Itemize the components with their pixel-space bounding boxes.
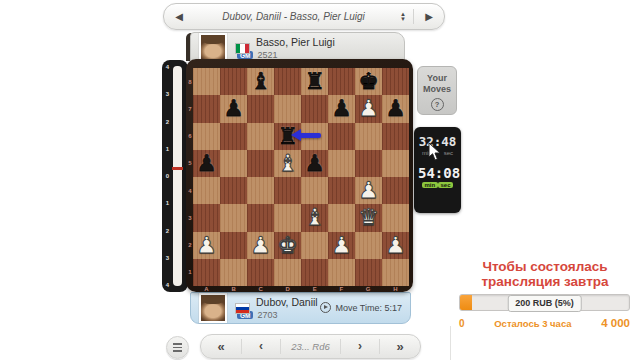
square-d8 [274,68,301,95]
square-h6 [382,123,409,150]
eval-label-2: 2 [166,228,169,234]
square-f1 [328,259,355,286]
play-circle-icon [320,302,331,313]
chess-board-frame: 87654321 ♝♜♚♟♟♟♟♜♟♝♟♟♝♛♟♟♚♟♟ ABCDEFGH [186,59,413,292]
square-f4 [328,177,355,204]
square-a8 [193,68,220,95]
square-g4: ♟ [355,177,382,204]
rank-label-3: 3 [188,215,191,221]
eval-label-3: 3 [166,91,169,97]
donation-title-line1: Чтобы состоялась [450,259,640,274]
your-moves-label-line1: Your [418,73,456,84]
square-h1 [382,259,409,286]
piece-black-k-g8: ♚ [355,68,382,95]
white-clock-sec-label: sec [438,182,453,188]
piece-black-p-f7: ♟ [328,95,355,122]
square-c4 [247,177,274,204]
square-h3 [382,204,409,231]
your-moves-button[interactable]: Your Moves ? [417,66,457,115]
square-e4 [301,177,328,204]
square-b8 [220,68,247,95]
italy-flag-icon [235,43,250,54]
square-c1 [247,259,274,286]
square-g8: ♚ [355,68,382,95]
square-c6 [247,123,274,150]
eval-label-0: 0 [166,173,169,179]
white-clock-labels: min sec [418,181,457,188]
piece-white-b-e3: ♝ [301,204,328,231]
file-label-e: E [313,286,317,292]
rank-label-8: 8 [188,79,191,85]
square-f6 [328,123,355,150]
piece-white-q-g3: ♛ [355,204,382,231]
russia-flag-icon [235,303,250,314]
eval-label-1: 1 [166,146,169,152]
square-h2: ♟ [382,232,409,259]
square-a3 [193,204,220,231]
square-h7: ♟ [382,95,409,122]
file-label-b: B [231,286,235,292]
arrow-shaft [300,133,321,138]
square-h8 [382,68,409,95]
next-move-button[interactable]: › [341,336,379,357]
eval-label-4: 4 [166,64,169,70]
square-f2: ♟ [328,232,355,259]
first-move-button[interactable]: « [201,336,241,357]
file-label-h: H [393,286,397,292]
square-a6 [193,123,220,150]
piece-black-r-e8: ♜ [301,68,328,95]
piece-black-b-c8: ♝ [247,68,274,95]
rank-label-7: 7 [188,106,191,112]
white-player-rating: 2703 [257,310,277,320]
file-labels: ABCDEFGH [193,286,409,292]
next-game-button[interactable]: ▶ [414,11,444,22]
square-a4 [193,177,220,204]
piece-white-p-f2: ♟ [328,232,355,259]
white-clock-time: 54:08 [418,165,457,181]
white-player-avatar [199,293,227,323]
square-f8 [328,68,355,95]
piece-black-p-b7: ♟ [220,95,247,122]
move-time-label: Move Time: 5:17 [335,303,402,313]
rank-label-4: 4 [188,188,191,194]
game-list-spinner[interactable]: ▲ ▼ [393,12,413,22]
square-g7: ♟ [355,95,382,122]
game-selector-title: Dubov, Daniil - Basso, Pier Luigi [194,11,393,22]
square-h4 [382,177,409,204]
donation-title-line2: трансляция завтра [450,274,640,289]
file-label-f: F [339,286,343,292]
piece-black-p-a5: ♟ [193,150,220,177]
square-d4 [274,177,301,204]
square-d1 [274,259,301,286]
evaluation-gauge [173,66,182,286]
file-label-c: C [259,286,263,292]
square-e1 [301,259,328,286]
square-g3: ♛ [355,204,382,231]
square-a5: ♟ [193,150,220,177]
white-clock-min-label: min [422,182,438,188]
your-moves-label-line2: Moves [418,84,456,95]
square-b1 [220,259,247,286]
mouse-cursor-icon [428,142,442,162]
eval-label-3: 3 [166,255,169,261]
square-d2: ♚ [274,232,301,259]
square-b7: ♟ [220,95,247,122]
piece-black-p-e5: ♟ [301,150,328,177]
donation-stats-row: 0 Осталось 3 часа 4 000 [459,317,630,329]
file-label-g: G [366,286,371,292]
square-e3: ♝ [301,204,328,231]
piece-white-p-g7: ♟ [355,95,382,122]
previous-game-button[interactable]: ◀ [164,11,194,22]
square-g6 [355,123,382,150]
square-d7 [274,95,301,122]
square-b3 [220,204,247,231]
piece-white-b-d5: ♝ [274,150,301,177]
piece-white-p-h2: ♟ [382,232,409,259]
square-g1 [355,259,382,286]
evaluation-zero-marker [172,167,183,170]
eval-label-4: 4 [166,282,169,288]
last-move-button[interactable]: » [380,336,420,357]
previous-move-button[interactable]: ‹ [242,336,280,357]
donation-progress-fill [460,295,472,310]
black-clock-sec-label: sec [444,150,453,156]
layout-divider [450,326,451,360]
rank-label-5: 5 [188,160,191,166]
move-time: Move Time: 5:17 [320,302,402,313]
piece-white-p-a2: ♟ [193,232,220,259]
donation-goal-value: 4 000 [601,317,630,329]
current-move-label: 23... Rd6 [281,341,340,352]
square-a1 [193,259,220,286]
square-c8: ♝ [247,68,274,95]
rank-label-1: 1 [188,269,191,275]
menu-button[interactable] [166,336,189,359]
square-e7 [301,95,328,122]
square-c7 [247,95,274,122]
square-e2 [301,232,328,259]
square-f7: ♟ [328,95,355,122]
square-b5 [220,150,247,177]
square-f5 [328,150,355,177]
donation-title: Чтобы состоялась трансляция завтра [450,259,640,289]
donation-progress-bar: 200 RUB (5%) [459,294,630,311]
square-b2 [220,232,247,259]
square-d5: ♝ [274,150,301,177]
question-mark-icon: ? [431,98,444,111]
square-e8: ♜ [301,68,328,95]
eval-label-2: 2 [166,119,169,125]
hamburger-icon [173,343,182,345]
square-b4 [220,177,247,204]
square-h5 [382,150,409,177]
piece-white-p-g4: ♟ [355,177,382,204]
chess-broadcast-page: ◀ Dubov, Daniil - Basso, Pier Luigi ▲ ▼ … [0,0,640,360]
rank-label-2: 2 [188,242,191,248]
square-c3 [247,204,274,231]
donation-time-remaining: Осталось 3 часа [465,318,602,329]
evaluation-scale-labels: 432101234 [163,64,172,288]
game-selector: ◀ Dubov, Daniil - Basso, Pier Luigi ▲ ▼ … [163,3,445,30]
square-a2: ♟ [193,232,220,259]
rank-label-6: 6 [188,133,191,139]
spinner-down-icon: ▼ [400,17,406,22]
square-f3 [328,204,355,231]
white-player-name: Dubov, Daniil [256,296,318,308]
square-g2 [355,232,382,259]
square-d3 [274,204,301,231]
eval-label-1: 1 [166,200,169,206]
square-e5: ♟ [301,150,328,177]
square-c5 [247,150,274,177]
piece-black-p-h7: ♟ [382,95,409,122]
chess-board: ♝♜♚♟♟♟♟♜♟♝♟♟♝♛♟♟♚♟♟ [193,68,409,286]
file-label-d: D [286,286,290,292]
black-player-name: Basso, Pier Luigi [256,36,335,48]
square-a7 [193,95,220,122]
game-clock: 32:48 min sec 54:08 min sec [414,127,461,213]
square-c2: ♟ [247,232,274,259]
piece-white-k-d2: ♚ [274,232,301,259]
move-navigation-bar: « ‹ 23... Rd6 › » [200,334,421,359]
player-bar-white: Dubov, Daniil GM 2703 Move Time: 5:17 [190,292,411,324]
piece-white-p-c2: ♟ [247,232,274,259]
file-label-a: A [204,286,208,292]
evaluation-bar: 432101234 [162,60,188,292]
square-g5 [355,150,382,177]
square-b6 [220,123,247,150]
donation-progress-label: 200 RUB (5%) [507,295,582,312]
